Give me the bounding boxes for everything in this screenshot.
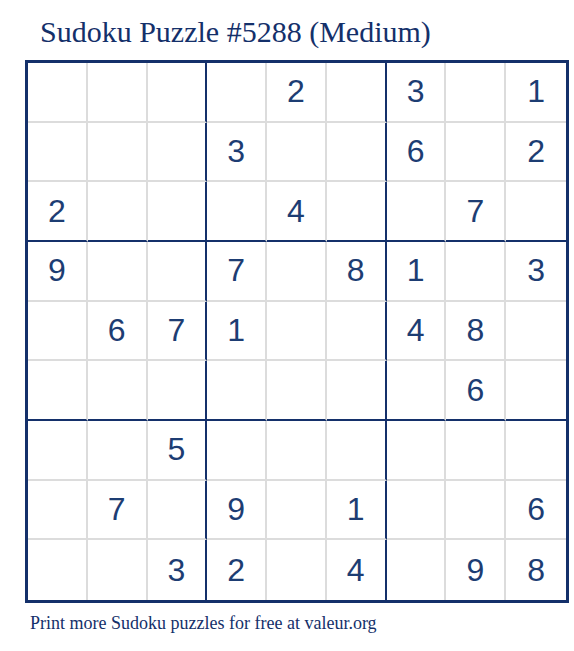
cell-r8c9: 6	[506, 481, 566, 541]
cell-r4c8	[446, 242, 506, 302]
cell-r1c6	[327, 63, 387, 123]
cell-r5c2: 6	[88, 302, 148, 362]
cell-r6c3	[148, 361, 208, 421]
cell-r2c3	[148, 123, 208, 183]
cell-r5c6	[327, 302, 387, 362]
cell-r6c1	[28, 361, 88, 421]
cell-r1c1	[28, 63, 88, 123]
cell-r8c5	[267, 481, 327, 541]
cell-r5c3: 7	[148, 302, 208, 362]
cell-r3c3	[148, 182, 208, 242]
cell-r8c7	[387, 481, 447, 541]
cell-r5c8: 8	[446, 302, 506, 362]
cell-r2c4: 3	[207, 123, 267, 183]
cell-r9c6: 4	[327, 540, 387, 600]
sudoku-grid: 231362247978136714865791632498	[25, 60, 569, 603]
cell-r7c4	[207, 421, 267, 481]
cell-r6c4	[207, 361, 267, 421]
cell-r8c8	[446, 481, 506, 541]
cell-r3c2	[88, 182, 148, 242]
cell-r7c1	[28, 421, 88, 481]
cell-r2c8	[446, 123, 506, 183]
cell-r5c1	[28, 302, 88, 362]
cell-r4c5	[267, 242, 327, 302]
cell-r9c9: 8	[506, 540, 566, 600]
cell-r3c9	[506, 182, 566, 242]
cell-r1c4	[207, 63, 267, 123]
cell-r6c5	[267, 361, 327, 421]
cell-r6c8: 6	[446, 361, 506, 421]
cell-r7c3: 5	[148, 421, 208, 481]
cell-r3c1: 2	[28, 182, 88, 242]
cell-r7c2	[88, 421, 148, 481]
cell-r9c1	[28, 540, 88, 600]
cell-r1c2	[88, 63, 148, 123]
cell-r5c5	[267, 302, 327, 362]
cell-r9c8: 9	[446, 540, 506, 600]
cell-r3c4	[207, 182, 267, 242]
cell-r2c7: 6	[387, 123, 447, 183]
cell-r2c6	[327, 123, 387, 183]
cell-r2c2	[88, 123, 148, 183]
cell-r4c2	[88, 242, 148, 302]
cell-r8c1	[28, 481, 88, 541]
cell-r7c9	[506, 421, 566, 481]
footer-text: Print more Sudoku puzzles for free at va…	[30, 613, 377, 634]
cell-r9c7	[387, 540, 447, 600]
cell-r3c6	[327, 182, 387, 242]
cell-r4c4: 7	[207, 242, 267, 302]
cell-r4c3	[148, 242, 208, 302]
cell-r9c2	[88, 540, 148, 600]
cell-r8c3	[148, 481, 208, 541]
cell-r7c8	[446, 421, 506, 481]
cell-r9c5	[267, 540, 327, 600]
cell-r1c3	[148, 63, 208, 123]
cell-r1c9: 1	[506, 63, 566, 123]
cell-r6c6	[327, 361, 387, 421]
cell-r6c9	[506, 361, 566, 421]
cell-r4c6: 8	[327, 242, 387, 302]
cell-r8c4: 9	[207, 481, 267, 541]
cell-r2c1	[28, 123, 88, 183]
cell-r3c5: 4	[267, 182, 327, 242]
cell-r5c9	[506, 302, 566, 362]
cell-r6c2	[88, 361, 148, 421]
cell-r1c7: 3	[387, 63, 447, 123]
cell-r6c7	[387, 361, 447, 421]
cell-r9c3: 3	[148, 540, 208, 600]
cell-r2c9: 2	[506, 123, 566, 183]
cell-r2c5	[267, 123, 327, 183]
cell-r4c7: 1	[387, 242, 447, 302]
cell-r8c2: 7	[88, 481, 148, 541]
cell-r8c6: 1	[327, 481, 387, 541]
cell-r5c7: 4	[387, 302, 447, 362]
page-title: Sudoku Puzzle #5288 (Medium)	[40, 15, 431, 49]
cell-r4c1: 9	[28, 242, 88, 302]
cell-r4c9: 3	[506, 242, 566, 302]
cell-r1c8	[446, 63, 506, 123]
cell-r3c7	[387, 182, 447, 242]
cell-r1c5: 2	[267, 63, 327, 123]
cell-r3c8: 7	[446, 182, 506, 242]
cell-r7c7	[387, 421, 447, 481]
cell-r7c5	[267, 421, 327, 481]
cell-r7c6	[327, 421, 387, 481]
cell-r9c4: 2	[207, 540, 267, 600]
cell-r5c4: 1	[207, 302, 267, 362]
